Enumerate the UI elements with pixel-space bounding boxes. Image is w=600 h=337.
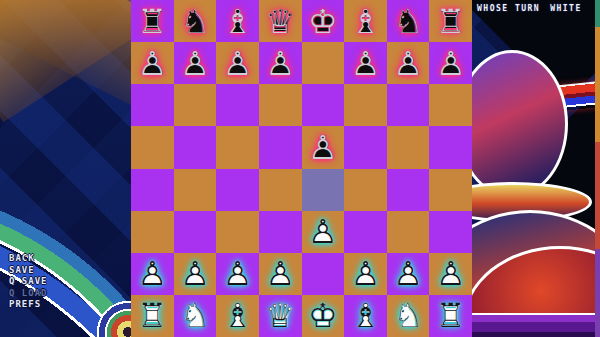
piece-white-queen[interactable]: ♛♕ <box>259 295 302 337</box>
square-a6[interactable] <box>131 84 174 126</box>
square-g4[interactable] <box>387 169 430 211</box>
square-e1[interactable]: ♚♔ <box>302 295 345 337</box>
square-g2[interactable]: ♟♙ <box>387 253 430 295</box>
piece-black-knight[interactable]: ♞♘ <box>387 0 430 42</box>
square-d5[interactable] <box>259 126 302 168</box>
square-c4[interactable] <box>216 169 259 211</box>
piece-white-pawn[interactable]: ♟♙ <box>131 253 174 295</box>
menu-item-q-save[interactable]: Q SAVE <box>9 276 48 288</box>
square-c2[interactable]: ♟♙ <box>216 253 259 295</box>
square-a7[interactable]: ♟♙ <box>131 42 174 84</box>
piece-white-pawn[interactable]: ♟♙ <box>387 253 430 295</box>
square-e5[interactable]: ♟♙ <box>302 126 345 168</box>
piece-black-pawn[interactable]: ♟♙ <box>131 42 174 84</box>
game-screen: BACKSAVEQ SAVEQ LOADPREFS ♜♖♞♘♝♗♛♕♚♔♝♗♞♘… <box>0 0 600 337</box>
square-h7[interactable]: ♟♙ <box>429 42 472 84</box>
square-g8[interactable]: ♞♘ <box>387 0 430 42</box>
square-h5[interactable] <box>429 126 472 168</box>
square-h8[interactable]: ♜♖ <box>429 0 472 42</box>
piece-black-rook[interactable]: ♜♖ <box>131 0 174 42</box>
square-h3[interactable] <box>429 211 472 253</box>
square-b1[interactable]: ♞♘ <box>174 295 217 337</box>
square-b3[interactable] <box>174 211 217 253</box>
menu-item-q-load[interactable]: Q LOAD <box>9 288 48 300</box>
square-f8[interactable]: ♝♗ <box>344 0 387 42</box>
turn-indicator: WHOSE TURNWHITE <box>477 4 582 13</box>
square-c6[interactable] <box>216 84 259 126</box>
square-f1[interactable]: ♝♗ <box>344 295 387 337</box>
square-b8[interactable]: ♞♘ <box>174 0 217 42</box>
menu-item-back[interactable]: BACK <box>9 253 48 265</box>
piece-black-bishop[interactable]: ♝♗ <box>216 0 259 42</box>
square-d1[interactable]: ♛♕ <box>259 295 302 337</box>
square-a3[interactable] <box>131 211 174 253</box>
square-a8[interactable]: ♜♖ <box>131 0 174 42</box>
square-f7[interactable]: ♟♙ <box>344 42 387 84</box>
square-d6[interactable] <box>259 84 302 126</box>
turn-label: WHOSE TURN <box>477 4 540 13</box>
square-e2[interactable] <box>302 253 345 295</box>
square-b5[interactable] <box>174 126 217 168</box>
piece-black-pawn[interactable]: ♟♙ <box>344 42 387 84</box>
piece-black-knight[interactable]: ♞♘ <box>174 0 217 42</box>
square-a1[interactable]: ♜♖ <box>131 295 174 337</box>
purple-band-decoration <box>472 313 600 337</box>
rainbow-edge-strip <box>595 0 600 337</box>
chess-board[interactable]: ♜♖♞♘♝♗♛♕♚♔♝♗♞♘♜♖♟♙♟♙♟♙♟♙♟♙♟♙♟♙♟♙♟♙♟♙♟♙♟♙… <box>131 0 472 337</box>
square-h2[interactable]: ♟♙ <box>429 253 472 295</box>
square-g7[interactable]: ♟♙ <box>387 42 430 84</box>
square-g6[interactable] <box>387 84 430 126</box>
square-g3[interactable] <box>387 211 430 253</box>
menu-item-save[interactable]: SAVE <box>9 265 48 277</box>
square-h1[interactable]: ♜♖ <box>429 295 472 337</box>
piece-white-bishop[interactable]: ♝♗ <box>344 295 387 337</box>
square-e6[interactable] <box>302 84 345 126</box>
piece-white-pawn[interactable]: ♟♙ <box>302 211 345 253</box>
square-b7[interactable]: ♟♙ <box>174 42 217 84</box>
piece-black-pawn[interactable]: ♟♙ <box>174 42 217 84</box>
square-h4[interactable] <box>429 169 472 211</box>
square-f5[interactable] <box>344 126 387 168</box>
background-left-art: BACKSAVEQ SAVEQ LOADPREFS <box>0 0 131 337</box>
square-d7[interactable]: ♟♙ <box>259 42 302 84</box>
square-f4[interactable] <box>344 169 387 211</box>
square-f3[interactable] <box>344 211 387 253</box>
piece-white-pawn[interactable]: ♟♙ <box>429 253 472 295</box>
piece-black-queen[interactable]: ♛♕ <box>259 0 302 42</box>
turn-value: WHITE <box>550 4 582 13</box>
game-menu: BACKSAVEQ SAVEQ LOADPREFS <box>9 253 48 311</box>
square-g5[interactable] <box>387 126 430 168</box>
background-right-art: WHOSE TURNWHITE <box>472 0 600 337</box>
square-c3[interactable] <box>216 211 259 253</box>
square-e3[interactable]: ♟♙ <box>302 211 345 253</box>
square-a2[interactable]: ♟♙ <box>131 253 174 295</box>
square-b2[interactable]: ♟♙ <box>174 253 217 295</box>
piece-white-pawn[interactable]: ♟♙ <box>174 253 217 295</box>
square-f2[interactable]: ♟♙ <box>344 253 387 295</box>
square-e4[interactable] <box>302 169 345 211</box>
piece-white-knight[interactable]: ♞♘ <box>387 295 430 337</box>
piece-white-rook[interactable]: ♜♖ <box>131 295 174 337</box>
menu-item-prefs[interactable]: PREFS <box>9 299 48 311</box>
square-c7[interactable]: ♟♙ <box>216 42 259 84</box>
square-e8[interactable]: ♚♔ <box>302 0 345 42</box>
piece-white-bishop[interactable]: ♝♗ <box>216 295 259 337</box>
piece-black-pawn[interactable]: ♟♙ <box>429 42 472 84</box>
square-h6[interactable] <box>429 84 472 126</box>
square-a4[interactable] <box>131 169 174 211</box>
piece-white-pawn[interactable]: ♟♙ <box>259 253 302 295</box>
square-e7[interactable] <box>302 42 345 84</box>
square-g1[interactable]: ♞♘ <box>387 295 430 337</box>
square-a5[interactable] <box>131 126 174 168</box>
piece-black-pawn[interactable]: ♟♙ <box>302 126 345 168</box>
square-d3[interactable] <box>259 211 302 253</box>
piece-black-pawn[interactable]: ♟♙ <box>216 42 259 84</box>
square-b4[interactable] <box>174 169 217 211</box>
piece-black-bishop[interactable]: ♝♗ <box>344 0 387 42</box>
piece-black-rook[interactable]: ♜♖ <box>429 0 472 42</box>
piece-white-pawn[interactable]: ♟♙ <box>344 253 387 295</box>
piece-white-pawn[interactable]: ♟♙ <box>216 253 259 295</box>
square-d8[interactable]: ♛♕ <box>259 0 302 42</box>
piece-white-king[interactable]: ♚♔ <box>302 295 345 337</box>
square-c5[interactable] <box>216 126 259 168</box>
square-c1[interactable]: ♝♗ <box>216 295 259 337</box>
piece-white-rook[interactable]: ♜♖ <box>429 295 472 337</box>
piece-black-king[interactable]: ♚♔ <box>302 0 345 42</box>
square-d4[interactable] <box>259 169 302 211</box>
square-f6[interactable] <box>344 84 387 126</box>
piece-white-knight[interactable]: ♞♘ <box>174 295 217 337</box>
square-d2[interactable]: ♟♙ <box>259 253 302 295</box>
piece-black-pawn[interactable]: ♟♙ <box>259 42 302 84</box>
piece-black-pawn[interactable]: ♟♙ <box>387 42 430 84</box>
square-b6[interactable] <box>174 84 217 126</box>
square-c8[interactable]: ♝♗ <box>216 0 259 42</box>
